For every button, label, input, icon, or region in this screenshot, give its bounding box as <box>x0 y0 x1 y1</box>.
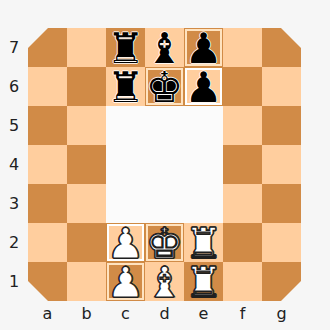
square-g5[interactable] <box>262 106 301 145</box>
white-pawn: ♟ <box>107 262 145 304</box>
square-c4 <box>106 145 145 184</box>
rank-label-4: 4 <box>4 145 24 184</box>
square-e5 <box>184 106 223 145</box>
square-e3 <box>184 184 223 223</box>
square-a4[interactable] <box>28 145 67 184</box>
rank-label-6: 6 <box>4 67 24 106</box>
board-grid: ♜♝♟♜♚♟♟♚♜♟♝♜ <box>28 28 301 301</box>
square-d1[interactable]: ♝ <box>145 262 184 301</box>
square-f7[interactable] <box>223 28 262 67</box>
square-e7[interactable]: ♟ <box>184 28 223 67</box>
square-e4 <box>184 145 223 184</box>
file-label-f: f <box>223 302 262 326</box>
square-e2[interactable]: ♜ <box>184 223 223 262</box>
square-g4[interactable] <box>262 145 301 184</box>
square-b6[interactable] <box>67 67 106 106</box>
square-a3[interactable] <box>28 184 67 223</box>
square-d6[interactable]: ♚ <box>145 67 184 106</box>
white-bishop: ♝ <box>146 262 184 304</box>
file-label-b: b <box>67 302 106 326</box>
square-d3 <box>145 184 184 223</box>
rank-label-3: 3 <box>4 184 24 223</box>
square-c3 <box>106 184 145 223</box>
square-b5[interactable] <box>67 106 106 145</box>
square-f5[interactable] <box>223 106 262 145</box>
square-f1[interactable] <box>223 262 262 301</box>
square-d5 <box>145 106 184 145</box>
black-rook: ♜ <box>107 67 145 109</box>
square-f6[interactable] <box>223 67 262 106</box>
square-a6[interactable] <box>28 67 67 106</box>
square-b3[interactable] <box>67 184 106 223</box>
square-d7[interactable]: ♝ <box>145 28 184 67</box>
square-a7[interactable] <box>28 28 67 67</box>
square-b7[interactable] <box>67 28 106 67</box>
square-a5[interactable] <box>28 106 67 145</box>
square-g2[interactable] <box>262 223 301 262</box>
rank-label-1: 1 <box>4 262 24 301</box>
square-c6[interactable]: ♜ <box>106 67 145 106</box>
square-g6[interactable] <box>262 67 301 106</box>
rank-label-7: 7 <box>4 28 24 67</box>
square-c1[interactable]: ♟ <box>106 262 145 301</box>
square-b2[interactable] <box>67 223 106 262</box>
square-e6[interactable]: ♟ <box>184 67 223 106</box>
file-label-d: d <box>145 302 184 326</box>
square-c5 <box>106 106 145 145</box>
file-label-c: c <box>106 302 145 326</box>
file-label-e: e <box>184 302 223 326</box>
square-b4[interactable] <box>67 145 106 184</box>
file-label-g: g <box>262 302 301 326</box>
square-d4 <box>145 145 184 184</box>
square-g3[interactable] <box>262 184 301 223</box>
square-g1[interactable] <box>262 262 301 301</box>
square-f3[interactable] <box>223 184 262 223</box>
rank-label-2: 2 <box>4 223 24 262</box>
black-king: ♚ <box>146 67 184 109</box>
square-c2[interactable]: ♟ <box>106 223 145 262</box>
square-e1[interactable]: ♜ <box>184 262 223 301</box>
white-rook: ♜ <box>185 262 223 304</box>
square-f4[interactable] <box>223 145 262 184</box>
square-c7[interactable]: ♜ <box>106 28 145 67</box>
square-b1[interactable] <box>67 262 106 301</box>
square-f2[interactable] <box>223 223 262 262</box>
file-label-a: a <box>28 302 67 326</box>
square-d2[interactable]: ♚ <box>145 223 184 262</box>
square-g7[interactable] <box>262 28 301 67</box>
chessboard-diagram: ♜♝♟♜♚♟♟♚♜♟♝♜ 7654321abcdefg <box>0 0 330 330</box>
rank-label-5: 5 <box>4 106 24 145</box>
black-pawn: ♟ <box>185 67 223 109</box>
square-a2[interactable] <box>28 223 67 262</box>
square-a1[interactable] <box>28 262 67 301</box>
